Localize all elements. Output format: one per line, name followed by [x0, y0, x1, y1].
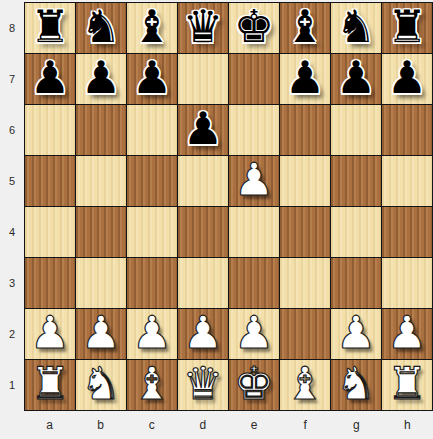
square-c7[interactable]: ♟	[127, 54, 177, 104]
square-d1[interactable]: ♛	[178, 360, 228, 410]
square-g8[interactable]: ♞	[331, 3, 381, 53]
piece-white-knight-icon[interactable]: ♞	[336, 359, 376, 409]
file-label-f: f	[280, 413, 331, 437]
square-b7[interactable]: ♟	[76, 54, 126, 104]
square-e7[interactable]	[229, 54, 279, 104]
piece-white-knight-icon[interactable]: ♞	[81, 359, 121, 409]
square-b5[interactable]	[76, 156, 126, 206]
square-g2[interactable]: ♟	[331, 309, 381, 359]
piece-black-rook-icon[interactable]: ♜	[387, 2, 427, 52]
rank-label-6: 6	[0, 104, 24, 155]
piece-white-pawn-icon[interactable]: ♟	[30, 308, 70, 358]
square-g4[interactable]	[331, 207, 381, 257]
square-d7[interactable]	[178, 54, 228, 104]
square-f5[interactable]	[280, 156, 330, 206]
square-h4[interactable]	[382, 207, 432, 257]
file-label-e: e	[229, 413, 280, 437]
piece-black-pawn-icon[interactable]: ♟	[387, 53, 427, 103]
piece-white-pawn-icon[interactable]: ♟	[234, 308, 274, 358]
rank-label-1: 1	[0, 360, 24, 411]
piece-black-bishop-icon[interactable]: ♝	[132, 2, 172, 52]
piece-black-pawn-icon[interactable]: ♟	[183, 104, 223, 154]
square-g3[interactable]	[331, 258, 381, 308]
square-f8[interactable]: ♝	[280, 3, 330, 53]
square-h5[interactable]	[382, 156, 432, 206]
square-a6[interactable]	[25, 105, 75, 155]
piece-black-pawn-icon[interactable]: ♟	[336, 53, 376, 103]
square-d3[interactable]	[178, 258, 228, 308]
square-f3[interactable]	[280, 258, 330, 308]
square-d6[interactable]: ♟	[178, 105, 228, 155]
square-f2[interactable]	[280, 309, 330, 359]
piece-black-pawn-icon[interactable]: ♟	[285, 53, 325, 103]
rank-labels: 87654321	[0, 2, 24, 411]
square-f1[interactable]: ♝	[280, 360, 330, 410]
piece-white-king-icon[interactable]: ♚	[234, 359, 274, 409]
square-a1[interactable]: ♜	[25, 360, 75, 410]
piece-white-bishop-icon[interactable]: ♝	[285, 359, 325, 409]
square-a8[interactable]: ♜	[25, 3, 75, 53]
square-c1[interactable]: ♝	[127, 360, 177, 410]
square-h3[interactable]	[382, 258, 432, 308]
square-c4[interactable]	[127, 207, 177, 257]
square-g1[interactable]: ♞	[331, 360, 381, 410]
rank-label-8: 8	[0, 2, 24, 53]
rank-label-4: 4	[0, 207, 24, 258]
square-a7[interactable]: ♟	[25, 54, 75, 104]
square-c5[interactable]	[127, 156, 177, 206]
square-f4[interactable]	[280, 207, 330, 257]
rank-label-5: 5	[0, 155, 24, 206]
square-d5[interactable]	[178, 156, 228, 206]
square-e3[interactable]	[229, 258, 279, 308]
piece-white-rook-icon[interactable]: ♜	[387, 359, 427, 409]
square-g5[interactable]	[331, 156, 381, 206]
file-label-d: d	[177, 413, 228, 437]
piece-white-pawn-icon[interactable]: ♟	[132, 308, 172, 358]
square-a4[interactable]	[25, 207, 75, 257]
square-e8[interactable]: ♚	[229, 3, 279, 53]
file-label-b: b	[75, 413, 126, 437]
square-d2[interactable]: ♟	[178, 309, 228, 359]
rank-label-2: 2	[0, 309, 24, 360]
square-g7[interactable]: ♟	[331, 54, 381, 104]
square-c2[interactable]: ♟	[127, 309, 177, 359]
square-h6[interactable]	[382, 105, 432, 155]
square-e5[interactable]: ♟	[229, 156, 279, 206]
file-labels: abcdefgh	[24, 413, 433, 437]
piece-white-bishop-icon[interactable]: ♝	[132, 359, 172, 409]
square-c8[interactable]: ♝	[127, 3, 177, 53]
square-f6[interactable]	[280, 105, 330, 155]
chess-app: 87654321 ♜♞♝♛♚♝♞♜♟♟♟♟♟♟♟♟♟♟♟♟♟♟♟♜♞♝♛♚♝♞♜…	[0, 0, 433, 439]
square-h8[interactable]: ♜	[382, 3, 432, 53]
piece-black-pawn-icon[interactable]: ♟	[81, 53, 121, 103]
square-c6[interactable]	[127, 105, 177, 155]
square-d4[interactable]	[178, 207, 228, 257]
piece-black-pawn-icon[interactable]: ♟	[132, 53, 172, 103]
piece-white-pawn-icon[interactable]: ♟	[387, 308, 427, 358]
square-c3[interactable]	[127, 258, 177, 308]
square-a3[interactable]	[25, 258, 75, 308]
piece-black-queen-icon[interactable]: ♛	[183, 2, 223, 52]
square-b1[interactable]: ♞	[76, 360, 126, 410]
square-e4[interactable]	[229, 207, 279, 257]
square-d8[interactable]: ♛	[178, 3, 228, 53]
square-h1[interactable]: ♜	[382, 360, 432, 410]
piece-white-pawn-icon[interactable]: ♟	[234, 155, 274, 205]
piece-white-rook-icon[interactable]: ♜	[30, 359, 70, 409]
chessboard: ♜♞♝♛♚♝♞♜♟♟♟♟♟♟♟♟♟♟♟♟♟♟♟♜♞♝♛♚♝♞♜	[24, 2, 433, 411]
square-b4[interactable]	[76, 207, 126, 257]
square-b6[interactable]	[76, 105, 126, 155]
piece-black-knight-icon[interactable]: ♞	[336, 2, 376, 52]
square-b8[interactable]: ♞	[76, 3, 126, 53]
piece-white-queen-icon[interactable]: ♛	[183, 359, 223, 409]
square-e2[interactable]: ♟	[229, 309, 279, 359]
piece-white-pawn-icon[interactable]: ♟	[183, 308, 223, 358]
square-a2[interactable]: ♟	[25, 309, 75, 359]
piece-black-knight-icon[interactable]: ♞	[81, 2, 121, 52]
rank-label-7: 7	[0, 53, 24, 104]
piece-black-rook-icon[interactable]: ♜	[30, 2, 70, 52]
file-label-h: h	[382, 413, 433, 437]
square-a5[interactable]	[25, 156, 75, 206]
square-f7[interactable]: ♟	[280, 54, 330, 104]
file-label-a: a	[24, 413, 75, 437]
rank-label-3: 3	[0, 258, 24, 309]
square-h2[interactable]: ♟	[382, 309, 432, 359]
square-e1[interactable]: ♚	[229, 360, 279, 410]
square-h7[interactable]: ♟	[382, 54, 432, 104]
piece-black-king-icon[interactable]: ♚	[234, 2, 274, 52]
piece-black-pawn-icon[interactable]: ♟	[30, 53, 70, 103]
file-label-c: c	[126, 413, 177, 437]
square-g6[interactable]	[331, 105, 381, 155]
square-e6[interactable]	[229, 105, 279, 155]
file-label-g: g	[331, 413, 382, 437]
piece-black-bishop-icon[interactable]: ♝	[285, 2, 325, 52]
square-b2[interactable]: ♟	[76, 309, 126, 359]
piece-white-pawn-icon[interactable]: ♟	[81, 308, 121, 358]
square-b3[interactable]	[76, 258, 126, 308]
piece-white-pawn-icon[interactable]: ♟	[336, 308, 376, 358]
